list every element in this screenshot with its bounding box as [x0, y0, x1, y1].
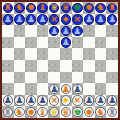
white-bishop-icon: ♝: [39, 107, 47, 116]
square[interactable]: [106, 60, 118, 72]
square[interactable]: ♚: [72, 106, 84, 118]
square[interactable]: [14, 60, 26, 72]
square[interactable]: [83, 83, 95, 95]
board: ♜♞●♝♛♛♚●♞♜♟♟♟♟×◆×♟♟♟♟♟♟♟♟♟♟♟♟♟♟×◆×♟♟♟♜♞●…: [2, 2, 118, 118]
piece-white-pawn[interactable]: ♟: [107, 95, 117, 105]
square[interactable]: [2, 72, 14, 84]
square[interactable]: ♟: [72, 25, 84, 37]
square[interactable]: [95, 72, 107, 84]
square[interactable]: [25, 48, 37, 60]
square[interactable]: ♞: [14, 106, 26, 118]
piece-white-pawn[interactable]: ♟: [14, 95, 24, 105]
piece-white-rook[interactable]: ♜: [107, 107, 117, 117]
blue-cannon-icon: ×: [50, 14, 58, 23]
square[interactable]: [83, 25, 95, 37]
square[interactable]: [83, 72, 95, 84]
square[interactable]: [72, 37, 84, 49]
blue-king-icon: ♚: [73, 3, 81, 12]
square[interactable]: ●: [25, 2, 37, 14]
white-queen-icon: ♛: [50, 107, 58, 116]
blue-pawn-icon: ♟: [85, 14, 93, 23]
square[interactable]: ♛: [48, 106, 60, 118]
square[interactable]: [2, 25, 14, 37]
blue-pawn-icon: ♟: [62, 38, 70, 47]
square[interactable]: [37, 37, 49, 49]
piece-white-elephant[interactable]: ●: [26, 107, 36, 117]
piece-white-orange-pawn[interactable]: ♟: [61, 84, 71, 94]
square[interactable]: ♟: [48, 25, 60, 37]
square[interactable]: ♝: [37, 2, 49, 14]
square[interactable]: [14, 48, 26, 60]
square[interactable]: ♟: [83, 14, 95, 26]
square[interactable]: [48, 60, 60, 72]
blue-guard-icon: ◆: [63, 16, 68, 23]
square[interactable]: [83, 60, 95, 72]
piece-blue-guard[interactable]: ◆: [61, 14, 71, 24]
piece-white-chancellor[interactable]: ♛: [61, 107, 71, 117]
piece-blue-elephant[interactable]: ●: [26, 3, 36, 13]
square[interactable]: [48, 37, 60, 49]
blue-pawn-icon: ♟: [97, 14, 105, 23]
piece-blue-king[interactable]: ♚: [72, 3, 82, 13]
piece-blue-pawn[interactable]: ♟: [61, 26, 71, 36]
piece-blue-cannon[interactable]: ×: [72, 14, 82, 24]
square[interactable]: [106, 48, 118, 60]
square[interactable]: ♜: [106, 106, 118, 118]
piece-white-cannon[interactable]: ×: [72, 95, 82, 105]
piece-white-cannon[interactable]: ×: [49, 95, 59, 105]
blue-pawn-icon: ♟: [27, 14, 35, 23]
game-window: ♜♞●♝♛♛♚●♞♜♟♟♟♟×◆×♟♟♟♟♟♟♟♟♟♟♟♟♟♟×◆×♟♟♟♜♞●…: [0, 0, 120, 120]
square[interactable]: [25, 72, 37, 84]
blue-elephant-icon: ●: [86, 4, 92, 11]
square[interactable]: [72, 48, 84, 60]
piece-white-pawn[interactable]: ♟: [84, 95, 94, 105]
piece-blue-cannon[interactable]: ×: [49, 14, 59, 24]
piece-blue-elephant[interactable]: ●: [84, 3, 94, 13]
white-pawn-icon: ♟: [97, 96, 105, 105]
square[interactable]: ♟: [95, 95, 107, 107]
square[interactable]: [95, 83, 107, 95]
piece-blue-knight[interactable]: ♞: [14, 3, 24, 13]
piece-white-guard[interactable]: ◆: [61, 95, 71, 105]
square[interactable]: ♛: [60, 106, 72, 118]
piece-blue-pawn[interactable]: ♟: [84, 14, 94, 24]
square[interactable]: [106, 37, 118, 49]
blue-pawn-icon: ♟: [15, 14, 23, 23]
square[interactable]: [2, 37, 14, 49]
square[interactable]: ♞: [14, 2, 26, 14]
blue-pawn-icon: ♟: [4, 14, 12, 23]
white-rook-icon: ♜: [108, 107, 116, 116]
piece-white-pawn[interactable]: ♟: [72, 84, 82, 94]
white-pawn-icon: ♟: [108, 96, 116, 105]
square[interactable]: ♟: [14, 95, 26, 107]
blue-queen-icon: ♛: [50, 3, 58, 12]
square[interactable]: [25, 25, 37, 37]
square[interactable]: [95, 37, 107, 49]
square[interactable]: ♝: [37, 106, 49, 118]
piece-white-bishop[interactable]: ♝: [37, 107, 47, 117]
white-orange-pawn-icon: ♟: [62, 84, 70, 93]
piece-white-pawn[interactable]: ♟: [49, 84, 59, 94]
blue-cannon-icon: ×: [74, 14, 82, 23]
square[interactable]: ♜: [2, 106, 14, 118]
square[interactable]: ♟: [37, 14, 49, 26]
piece-white-pawn[interactable]: ♟: [95, 95, 105, 105]
blue-knight-icon: ♞: [97, 3, 105, 12]
piece-white-pawn[interactable]: ♟: [26, 95, 36, 105]
square[interactable]: [95, 48, 107, 60]
square[interactable]: ×: [72, 14, 84, 26]
square[interactable]: ♟: [60, 83, 72, 95]
blue-pawn-icon: ♟: [62, 26, 70, 35]
square[interactable]: ♛: [48, 2, 60, 14]
square[interactable]: [14, 25, 26, 37]
square[interactable]: [106, 72, 118, 84]
square[interactable]: ♟: [60, 25, 72, 37]
square[interactable]: [72, 60, 84, 72]
square[interactable]: ♞: [95, 106, 107, 118]
white-pawn-icon: ♟: [85, 96, 93, 105]
square[interactable]: ×: [72, 95, 84, 107]
square[interactable]: [60, 72, 72, 84]
white-pawn-icon: ♟: [27, 96, 35, 105]
white-king-icon: ♚: [73, 107, 81, 116]
square[interactable]: [25, 83, 37, 95]
square[interactable]: ♟: [14, 14, 26, 26]
square[interactable]: [14, 37, 26, 49]
square[interactable]: [25, 60, 37, 72]
piece-blue-pawn[interactable]: ♟: [61, 37, 71, 47]
piece-white-knight[interactable]: ♞: [14, 107, 24, 117]
piece-white-pawn[interactable]: ♟: [3, 95, 13, 105]
square[interactable]: [48, 72, 60, 84]
square[interactable]: [60, 60, 72, 72]
square[interactable]: ♟: [72, 83, 84, 95]
white-elephant-icon: ●: [28, 109, 34, 116]
square[interactable]: [95, 60, 107, 72]
blue-elephant-icon: ●: [28, 4, 34, 11]
blue-pawn-icon: ♟: [108, 14, 116, 23]
square[interactable]: ♟: [60, 37, 72, 49]
piece-blue-pawn[interactable]: ♟: [37, 14, 47, 24]
square[interactable]: ♟: [25, 95, 37, 107]
white-pawn-icon: ♟: [50, 84, 58, 93]
square[interactable]: ●: [83, 2, 95, 14]
square[interactable]: ◆: [60, 95, 72, 107]
square[interactable]: ●: [25, 106, 37, 118]
piece-blue-chancellor[interactable]: ♛: [61, 3, 71, 13]
piece-blue-pawn[interactable]: ♟: [107, 14, 117, 24]
square[interactable]: [2, 48, 14, 60]
piece-white-knight[interactable]: ♞: [95, 107, 105, 117]
white-pawn-icon: ♟: [39, 96, 47, 105]
piece-blue-knight[interactable]: ♞: [95, 3, 105, 13]
square[interactable]: ♛: [60, 2, 72, 14]
square[interactable]: [60, 48, 72, 60]
piece-white-queen[interactable]: ♛: [49, 107, 59, 117]
square[interactable]: ♟: [48, 83, 60, 95]
square[interactable]: [95, 25, 107, 37]
piece-white-elephant[interactable]: ●: [84, 107, 94, 117]
square[interactable]: [37, 72, 49, 84]
piece-white-pawn[interactable]: ♟: [37, 95, 47, 105]
piece-white-rook[interactable]: ♜: [3, 107, 13, 117]
square[interactable]: ●: [83, 106, 95, 118]
square[interactable]: [37, 48, 49, 60]
blue-pawn-icon: ♟: [50, 26, 58, 35]
blue-knight-icon: ♞: [15, 3, 23, 12]
white-pawn-icon: ♟: [15, 96, 23, 105]
square[interactable]: ♟: [25, 14, 37, 26]
white-pawn-icon: ♟: [73, 84, 81, 93]
square[interactable]: [2, 83, 14, 95]
piece-blue-queen[interactable]: ♛: [49, 3, 59, 13]
piece-blue-rook[interactable]: ♜: [3, 3, 13, 13]
square[interactable]: ♞: [95, 2, 107, 14]
piece-blue-pawn[interactable]: ♟: [95, 14, 105, 24]
square[interactable]: ×: [48, 14, 60, 26]
white-elephant-icon: ●: [86, 109, 92, 116]
square[interactable]: ♟: [83, 95, 95, 107]
square[interactable]: [14, 72, 26, 84]
square[interactable]: ♚: [72, 2, 84, 14]
square[interactable]: [48, 48, 60, 60]
white-pawn-icon: ♟: [4, 96, 12, 105]
square[interactable]: [2, 60, 14, 72]
square[interactable]: ♟: [2, 95, 14, 107]
white-knight-icon: ♞: [97, 107, 105, 116]
square[interactable]: [72, 72, 84, 84]
blue-bishop-icon: ♝: [39, 3, 47, 12]
white-knight-icon: ♞: [15, 107, 23, 116]
piece-white-king[interactable]: ♚: [72, 107, 82, 117]
square[interactable]: ♜: [2, 2, 14, 14]
piece-blue-pawn[interactable]: ♟: [49, 26, 59, 36]
white-rook-icon: ♜: [4, 107, 12, 116]
square[interactable]: [83, 48, 95, 60]
square[interactable]: [106, 25, 118, 37]
square[interactable]: ♟: [106, 95, 118, 107]
piece-blue-bishop[interactable]: ♝: [37, 3, 47, 13]
square[interactable]: ×: [48, 95, 60, 107]
square[interactable]: [37, 83, 49, 95]
square[interactable]: [106, 83, 118, 95]
square[interactable]: ♟: [37, 95, 49, 107]
white-cannon-icon: ×: [50, 96, 58, 105]
piece-blue-pawn[interactable]: ♟: [72, 26, 82, 36]
blue-pawn-icon: ♟: [39, 14, 47, 23]
square[interactable]: ♟: [2, 14, 14, 26]
square[interactable]: ♟: [95, 14, 107, 26]
blue-pawn-icon: ♟: [73, 26, 81, 35]
square[interactable]: [25, 37, 37, 49]
square[interactable]: ◆: [60, 14, 72, 26]
white-guard-icon: ◆: [63, 97, 68, 104]
white-chancellor-icon: ♛: [62, 107, 70, 116]
blue-chancellor-icon: ♛: [62, 3, 70, 12]
blue-rook-icon: ♜: [108, 3, 116, 12]
piece-blue-rook[interactable]: ♜: [107, 3, 117, 13]
square[interactable]: [83, 37, 95, 49]
piece-blue-pawn[interactable]: ♟: [26, 14, 36, 24]
piece-blue-pawn[interactable]: ♟: [14, 14, 24, 24]
square[interactable]: [37, 25, 49, 37]
square[interactable]: [37, 60, 49, 72]
square[interactable]: ♟: [106, 14, 118, 26]
white-cannon-icon: ×: [74, 96, 82, 105]
square[interactable]: ♜: [106, 2, 118, 14]
piece-blue-pawn[interactable]: ♟: [3, 14, 13, 24]
square[interactable]: [14, 83, 26, 95]
blue-rook-icon: ♜: [4, 3, 12, 12]
